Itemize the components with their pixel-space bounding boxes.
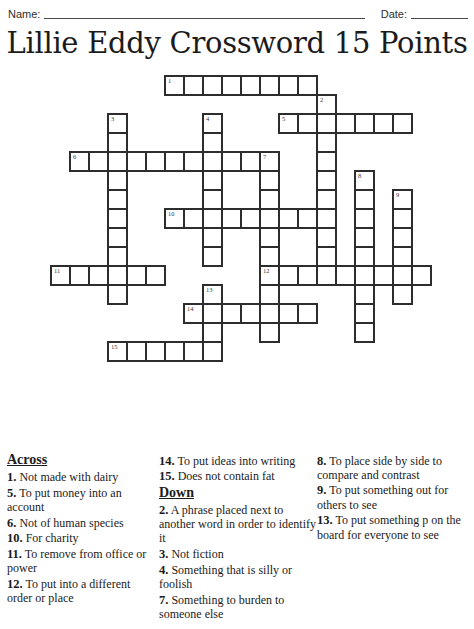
grid-cell[interactable] [297, 265, 318, 286]
grid-cell[interactable] [316, 151, 337, 172]
clue-across-15: 15. Does not contain fat [159, 469, 316, 483]
grid-cell[interactable]: 2 [316, 94, 337, 115]
cell-number: 2 [320, 96, 323, 103]
clue-across-14: 14. To put ideas into writing [159, 454, 316, 468]
grid-cell[interactable] [316, 113, 337, 134]
grid-cell[interactable] [316, 170, 337, 191]
grid-cell[interactable] [259, 284, 280, 305]
clue-down-8: 8. To place side by side to compare and … [317, 454, 470, 482]
grid-cell[interactable]: 9 [392, 189, 413, 210]
grid-cell[interactable] [259, 189, 280, 210]
grid-cell[interactable] [373, 265, 394, 286]
crossword-grid: 156710111214152348913 [50, 75, 432, 362]
clue-down-9: 9. To put something out for others to se… [317, 483, 470, 511]
clue-column-1: Across1. Not made with dairy5. To put mo… [7, 452, 156, 607]
grid-cell[interactable] [354, 265, 375, 286]
cell-number: 15 [111, 343, 118, 350]
cell-number: 10 [168, 210, 175, 217]
grid-cell[interactable] [107, 132, 128, 153]
header-row: Name: Date: [8, 5, 468, 20]
grid-cell[interactable] [278, 208, 299, 229]
grid-cell[interactable] [202, 303, 223, 324]
grid-cell[interactable] [126, 341, 147, 362]
grid-cell[interactable] [202, 132, 223, 153]
worksheet-page: { "header": { "name_label": "Name:", "da… [0, 0, 474, 629]
clue-across-12: 12. To put into a different order or pla… [7, 577, 156, 605]
grid-cell[interactable] [107, 284, 128, 305]
name-blank-line [44, 5, 364, 19]
grid-cell[interactable] [354, 189, 375, 210]
grid-cell[interactable]: 15 [107, 341, 128, 362]
cell-number: 3 [111, 115, 114, 122]
grid-cell[interactable] [69, 265, 90, 286]
grid-cell[interactable] [392, 113, 413, 134]
grid-cell[interactable] [297, 208, 318, 229]
grid-cell[interactable] [240, 303, 261, 324]
cell-number: 4 [206, 115, 209, 122]
grid-cell[interactable] [221, 151, 242, 172]
grid-cell[interactable] [107, 208, 128, 229]
cell-number: 5 [282, 115, 285, 122]
grid-cell[interactable] [354, 227, 375, 248]
grid-cell[interactable] [126, 265, 147, 286]
grid-cell[interactable] [259, 170, 280, 191]
grid-cell[interactable] [316, 208, 337, 229]
clue-across-11: 11. To remove from office or power [7, 547, 156, 575]
grid-cell[interactable] [221, 303, 242, 324]
grid-cell[interactable] [145, 265, 166, 286]
grid-cell[interactable] [202, 341, 223, 362]
grid-cell[interactable] [392, 227, 413, 248]
grid-cell[interactable] [316, 132, 337, 153]
grid-cell[interactable]: 13 [202, 284, 223, 305]
grid-cell[interactable]: 1 [164, 75, 185, 96]
grid-cell[interactable] [316, 246, 337, 267]
grid-cell[interactable] [145, 151, 166, 172]
clue-down-3: 3. Not fiction [159, 547, 316, 561]
grid-cell[interactable] [183, 208, 204, 229]
grid-cell[interactable] [373, 113, 394, 134]
cell-number: 8 [358, 172, 361, 179]
grid-cell[interactable] [392, 265, 413, 286]
grid-cell[interactable] [259, 75, 280, 96]
grid-cell[interactable]: 3 [107, 113, 128, 134]
grid-cell[interactable] [164, 151, 185, 172]
grid-cell[interactable] [392, 246, 413, 267]
page-title: Lillie Eddy Crossword 15 Points [0, 26, 474, 60]
grid-cell[interactable] [354, 246, 375, 267]
grid-cell[interactable] [202, 208, 223, 229]
across-header: Across [7, 452, 156, 467]
grid-cell[interactable] [107, 151, 128, 172]
clue-across-5: 5. To put money into an account [7, 486, 156, 514]
grid-cell[interactable] [202, 151, 223, 172]
grid-cell[interactable] [278, 303, 299, 324]
grid-cell[interactable] [107, 189, 128, 210]
grid-cell[interactable] [240, 208, 261, 229]
grid-cell[interactable] [297, 75, 318, 96]
grid-cell[interactable] [88, 265, 109, 286]
clue-across-6: 6. Not of human species [7, 516, 156, 530]
grid-cell[interactable] [202, 189, 223, 210]
grid-cell[interactable]: 7 [259, 151, 280, 172]
grid-cell[interactable] [107, 227, 128, 248]
date-blank-line [411, 5, 468, 19]
grid-cell[interactable] [354, 284, 375, 305]
grid-cell[interactable] [202, 75, 223, 96]
grid-cell[interactable] [202, 227, 223, 248]
cell-number: 14 [187, 305, 194, 312]
cell-number: 12 [263, 267, 270, 274]
grid-cell[interactable] [392, 208, 413, 229]
grid-cell[interactable] [297, 113, 318, 134]
date-label: Date: [381, 8, 407, 20]
grid-cell[interactable]: 14 [183, 303, 204, 324]
name-label: Name: [8, 8, 40, 20]
grid-cell[interactable]: 6 [69, 151, 90, 172]
clue-down-13: 13. To put something p on the board for … [317, 513, 470, 541]
grid-cell[interactable] [316, 265, 337, 286]
grid-cell[interactable] [354, 303, 375, 324]
grid-cell[interactable]: 4 [202, 113, 223, 134]
grid-cell[interactable] [259, 322, 280, 343]
grid-cell[interactable] [316, 189, 337, 210]
grid-cell[interactable] [183, 341, 204, 362]
cell-number: 7 [263, 153, 266, 160]
grid-cell[interactable] [164, 341, 185, 362]
grid-cell[interactable] [354, 322, 375, 343]
cell-number: 9 [396, 191, 399, 198]
grid-cell[interactable]: 12 [259, 265, 280, 286]
grid-cell[interactable] [107, 246, 128, 267]
grid-cell[interactable] [145, 341, 166, 362]
clue-column-3: 8. To place side by side to compare and … [317, 452, 470, 543]
grid-cell[interactable] [240, 75, 261, 96]
grid-cell[interactable] [297, 303, 318, 324]
clue-down-7: 7. Something to burden to someone else [159, 593, 316, 621]
grid-cell[interactable] [259, 303, 280, 324]
cell-number: 6 [73, 153, 76, 160]
grid-cell[interactable] [107, 265, 128, 286]
grid-cell[interactable] [202, 322, 223, 343]
grid-cell[interactable] [183, 151, 204, 172]
grid-cell[interactable] [107, 170, 128, 191]
grid-cell[interactable]: 8 [354, 170, 375, 191]
clue-across-10: 10. For charity [7, 531, 156, 545]
grid-cell[interactable] [126, 151, 147, 172]
cell-number: 13 [206, 286, 213, 293]
grid-cell[interactable] [202, 170, 223, 191]
cell-number: 1 [168, 77, 171, 84]
grid-cell[interactable] [88, 151, 109, 172]
grid-cell[interactable] [354, 113, 375, 134]
grid-cell[interactable] [202, 246, 223, 267]
grid-cell[interactable] [259, 227, 280, 248]
grid-cell[interactable] [221, 208, 242, 229]
grid-cell[interactable]: 11 [50, 265, 71, 286]
grid-cell[interactable] [259, 246, 280, 267]
grid-cell[interactable] [240, 151, 261, 172]
cell-number: 11 [54, 267, 60, 274]
grid-cell[interactable] [392, 284, 413, 305]
down-header: Down [159, 485, 316, 500]
grid-cell[interactable] [411, 265, 432, 286]
grid-cell[interactable]: 10 [164, 208, 185, 229]
grid-cell[interactable] [278, 265, 299, 286]
grid-cell[interactable]: 5 [278, 113, 299, 134]
grid-cell[interactable] [316, 227, 337, 248]
clue-column-2: 14. To put ideas into writing15. Does no… [159, 452, 316, 623]
grid-cell[interactable] [259, 208, 280, 229]
clue-across-1: 1. Not made with dairy [7, 470, 156, 484]
grid-cell[interactable] [278, 75, 299, 96]
clue-down-2: 2. A phrase placed next to another word … [159, 503, 316, 546]
clue-down-4: 4. Something that is silly or foolish [159, 563, 316, 591]
grid-cell[interactable] [335, 113, 356, 134]
grid-cell[interactable] [354, 208, 375, 229]
grid-cell[interactable] [183, 75, 204, 96]
grid-cell[interactable] [221, 75, 242, 96]
grid-cell[interactable] [335, 265, 356, 286]
